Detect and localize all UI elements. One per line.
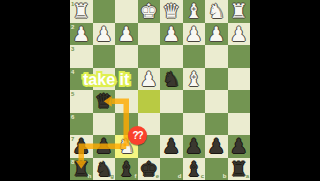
piece-bP-b7[interactable]: ♟ (205, 135, 228, 158)
piece-bP-d7[interactable]: ♟ (160, 135, 183, 158)
square-g2[interactable]: ♟ (93, 23, 116, 46)
square-c4[interactable]: ♝ (183, 68, 206, 91)
square-a2[interactable]: ♟ (228, 23, 251, 46)
square-d3[interactable] (160, 45, 183, 68)
piece-wK-e1[interactable]: ♚ (138, 0, 161, 23)
piece-wQ-d1[interactable]: ♛ (160, 0, 183, 23)
piece-bP-a7[interactable]: ♟ (228, 135, 251, 158)
piece-bB-f8[interactable]: ♝ (115, 158, 138, 181)
caption-text: take it (83, 71, 129, 88)
square-c7[interactable]: ♟ (183, 135, 206, 158)
square-b3[interactable] (205, 45, 228, 68)
square-b7[interactable]: ♟ (205, 135, 228, 158)
rank-label-5: 5 (71, 91, 74, 97)
piece-bP-h7[interactable]: ♟ (70, 135, 93, 158)
piece-bR-a8[interactable]: ♜ (228, 158, 251, 181)
blunder-badge: ?? (128, 126, 147, 145)
square-c1[interactable]: ♝ (183, 0, 206, 23)
square-c8[interactable]: c♝ (183, 158, 206, 181)
square-b1[interactable]: ♞ (205, 0, 228, 23)
square-f3[interactable] (115, 45, 138, 68)
square-a8[interactable]: a♜ (228, 158, 251, 181)
square-a3[interactable] (228, 45, 251, 68)
square-g3[interactable] (93, 45, 116, 68)
chess-board[interactable]: 1♜♚♛♝♞♜2♟♟♟♟♟♟♟34♟♞♝5♛67♟♟♞♟♟♟♟8h♜g♞f♝e♚… (70, 0, 250, 180)
square-h8[interactable]: 8h♜ (70, 158, 93, 181)
piece-bN-g8[interactable]: ♞ (93, 158, 116, 181)
square-h6[interactable]: 6 (70, 113, 93, 136)
piece-bP-c7[interactable]: ♟ (183, 135, 206, 158)
caption-take-it: take it (83, 70, 129, 90)
piece-bB-c8[interactable]: ♝ (183, 158, 206, 181)
square-d4[interactable]: ♞ (160, 68, 183, 91)
square-a7[interactable]: ♟ (228, 135, 251, 158)
square-e3[interactable] (138, 45, 161, 68)
square-a6[interactable] (228, 113, 251, 136)
square-b8[interactable]: b (205, 158, 228, 181)
piece-bN-d4[interactable]: ♞ (160, 68, 183, 91)
rank-label-4: 4 (71, 69, 74, 75)
square-e2[interactable] (138, 23, 161, 46)
square-h1[interactable]: 1♜ (70, 0, 93, 23)
piece-wP-h2[interactable]: ♟ (70, 23, 93, 46)
square-a1[interactable]: ♜ (228, 0, 251, 23)
square-b5[interactable] (205, 90, 228, 113)
square-f8[interactable]: f♝ (115, 158, 138, 181)
piece-wB-c4[interactable]: ♝ (183, 68, 206, 91)
piece-wP-d2[interactable]: ♟ (160, 23, 183, 46)
square-a4[interactable] (228, 68, 251, 91)
piece-wP-g2[interactable]: ♟ (93, 23, 116, 46)
square-e5[interactable] (138, 90, 161, 113)
piece-wP-f2[interactable]: ♟ (115, 23, 138, 46)
square-e4[interactable]: ♟ (138, 68, 161, 91)
square-g6[interactable] (93, 113, 116, 136)
square-f5[interactable] (115, 90, 138, 113)
piece-wP-b2[interactable]: ♟ (205, 23, 228, 46)
piece-bP-g7[interactable]: ♟ (93, 135, 116, 158)
square-g1[interactable] (93, 0, 116, 23)
square-h2[interactable]: 2♟ (70, 23, 93, 46)
piece-wN-b1[interactable]: ♞ (205, 0, 228, 23)
square-d1[interactable]: ♛ (160, 0, 183, 23)
square-f2[interactable]: ♟ (115, 23, 138, 46)
square-f1[interactable] (115, 0, 138, 23)
square-d7[interactable]: ♟ (160, 135, 183, 158)
square-a5[interactable] (228, 90, 251, 113)
piece-bR-h8[interactable]: ♜ (70, 158, 93, 181)
square-d5[interactable] (160, 90, 183, 113)
piece-wR-a1[interactable]: ♜ (228, 0, 251, 23)
square-e1[interactable]: ♚ (138, 0, 161, 23)
piece-wP-e4[interactable]: ♟ (138, 68, 161, 91)
square-e8[interactable]: e♚ (138, 158, 161, 181)
square-c2[interactable]: ♟ (183, 23, 206, 46)
square-d2[interactable]: ♟ (160, 23, 183, 46)
square-c3[interactable] (183, 45, 206, 68)
piece-bQ-g5[interactable]: ♛ (93, 90, 116, 113)
piece-bK-e8[interactable]: ♚ (138, 158, 161, 181)
square-c5[interactable] (183, 90, 206, 113)
file-label-d: d (178, 173, 182, 179)
square-h5[interactable]: 5 (70, 90, 93, 113)
piece-wB-c1[interactable]: ♝ (183, 0, 206, 23)
rank-label-3: 3 (71, 46, 74, 52)
square-g8[interactable]: g♞ (93, 158, 116, 181)
square-d6[interactable] (160, 113, 183, 136)
square-b6[interactable] (205, 113, 228, 136)
square-h3[interactable]: 3 (70, 45, 93, 68)
square-b2[interactable]: ♟ (205, 23, 228, 46)
piece-wR-h1[interactable]: ♜ (70, 0, 93, 23)
square-c6[interactable] (183, 113, 206, 136)
square-g5[interactable]: ♛ (93, 90, 116, 113)
square-b4[interactable] (205, 68, 228, 91)
piece-wP-c2[interactable]: ♟ (183, 23, 206, 46)
square-h7[interactable]: 7♟ (70, 135, 93, 158)
square-g7[interactable]: ♟ (93, 135, 116, 158)
video-frame: 1♜♚♛♝♞♜2♟♟♟♟♟♟♟34♟♞♝5♛67♟♟♞♟♟♟♟8h♜g♞f♝e♚… (0, 0, 320, 180)
square-d8[interactable]: d (160, 158, 183, 181)
file-label-b: b (223, 173, 227, 179)
piece-wP-a2[interactable]: ♟ (228, 23, 251, 46)
rank-label-6: 6 (71, 114, 74, 120)
